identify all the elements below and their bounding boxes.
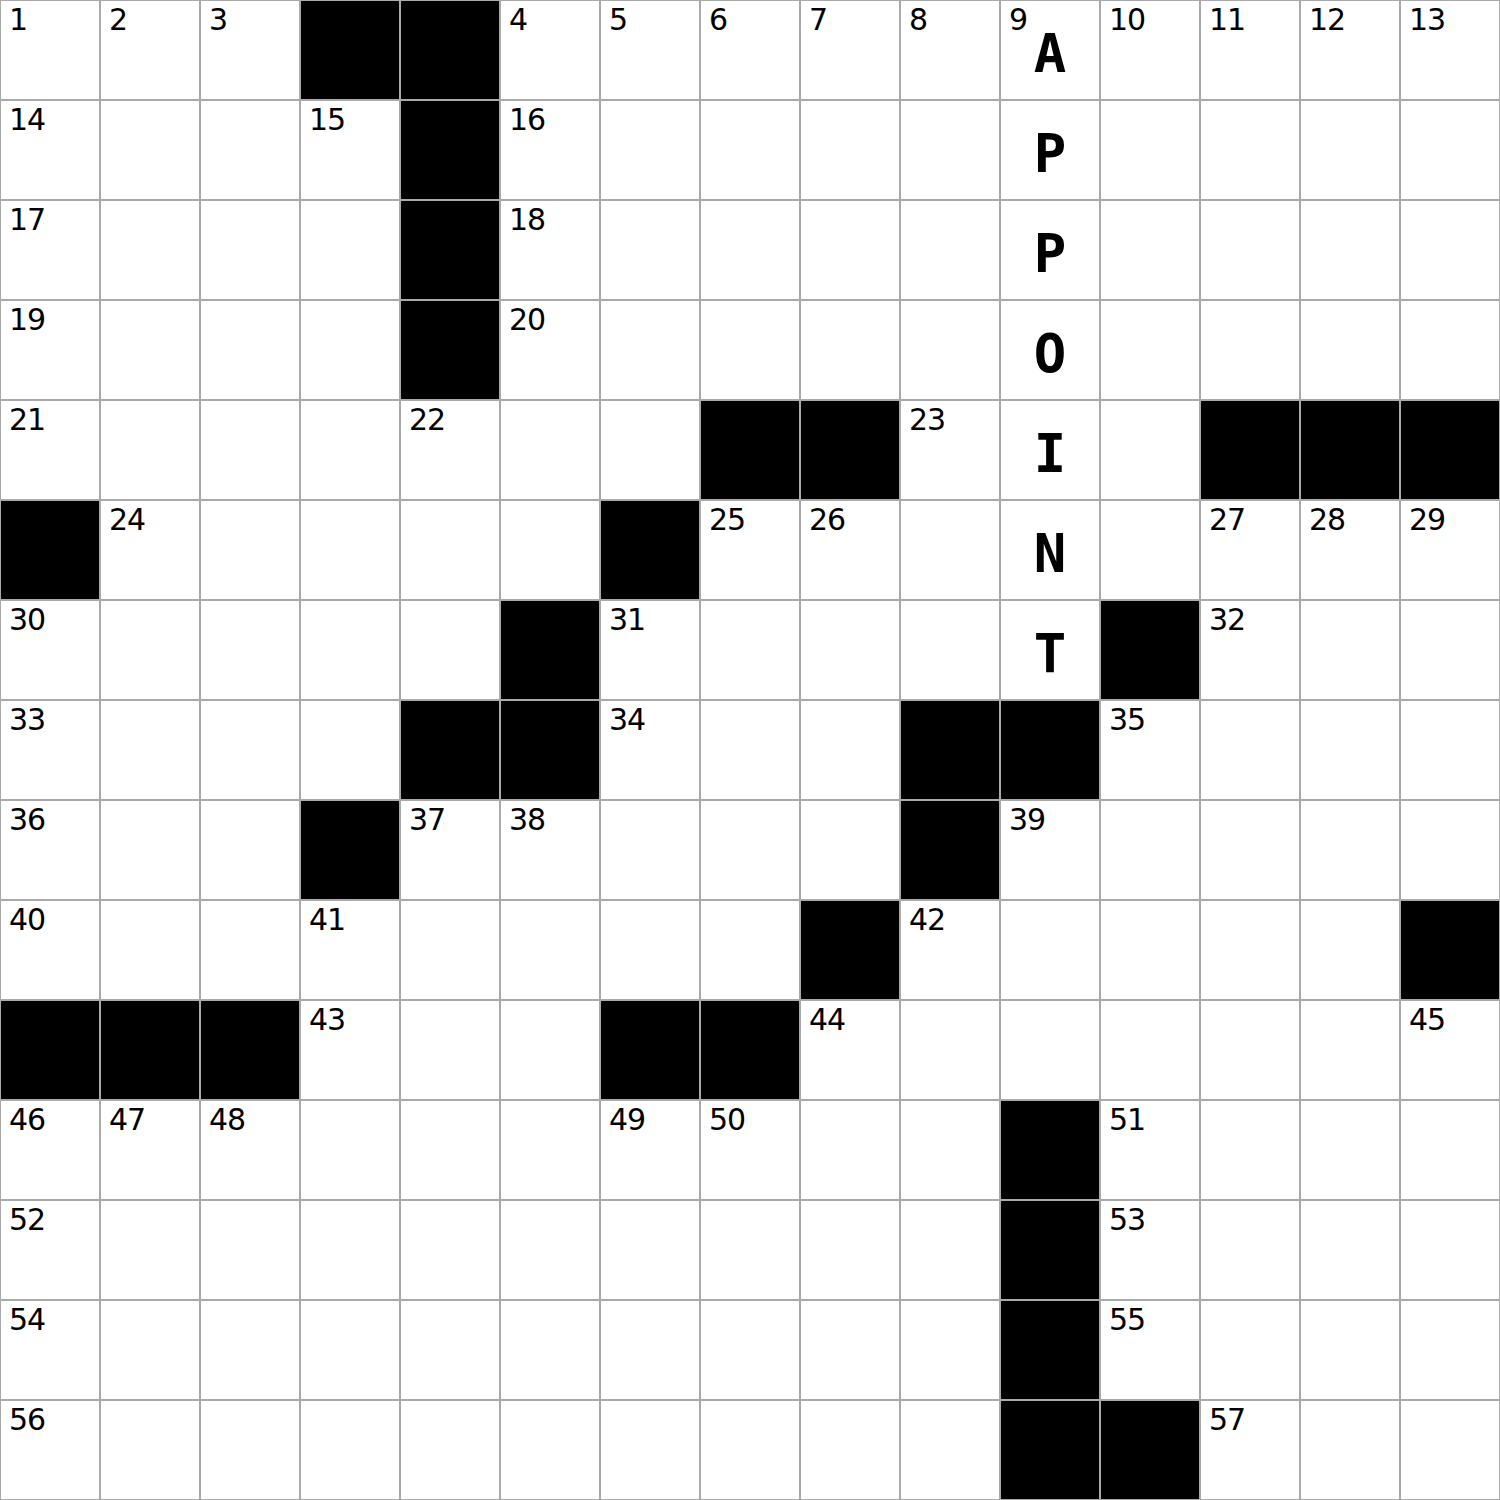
white-cell[interactable]: 27	[1200, 500, 1300, 600]
white-cell[interactable]: 36	[0, 800, 100, 900]
black-cell	[1000, 1400, 1100, 1500]
white-cell[interactable]: 40	[0, 900, 100, 1000]
clue-number: 34	[609, 703, 645, 736]
clue-number: 14	[9, 103, 45, 136]
white-cell[interactable]: 43	[300, 1000, 400, 1100]
black-cell	[400, 100, 500, 200]
clue-number: 37	[409, 803, 445, 836]
black-cell	[300, 0, 400, 100]
white-cell[interactable]	[1300, 1000, 1400, 1100]
white-cell[interactable]	[1400, 1200, 1500, 1300]
clue-number: 2	[109, 3, 127, 36]
white-cell[interactable]: 15	[300, 100, 400, 200]
white-cell[interactable]	[700, 1200, 800, 1300]
clue-number: 5	[609, 3, 627, 36]
cell-letter: O	[1001, 301, 1099, 399]
clue-number: 3	[209, 3, 227, 36]
clue-number: 27	[1209, 503, 1245, 536]
white-cell[interactable]	[200, 400, 300, 500]
white-cell[interactable]	[1400, 1100, 1500, 1200]
white-cell[interactable]	[700, 1400, 800, 1500]
white-cell[interactable]	[1400, 200, 1500, 300]
white-cell[interactable]	[400, 1000, 500, 1100]
white-cell[interactable]	[500, 400, 600, 500]
white-cell[interactable]	[1100, 800, 1200, 900]
white-cell[interactable]	[700, 100, 800, 200]
white-cell[interactable]	[600, 800, 700, 900]
clue-number: 56	[9, 1403, 45, 1436]
white-cell[interactable]	[500, 1200, 600, 1300]
white-cell[interactable]: 51	[1100, 1100, 1200, 1200]
black-cell	[1000, 1300, 1100, 1400]
white-cell[interactable]: 37	[400, 800, 500, 900]
white-cell[interactable]: 9A	[1000, 0, 1100, 100]
clue-number: 48	[209, 1103, 245, 1136]
black-cell	[800, 400, 900, 500]
clue-number: 36	[9, 803, 45, 836]
clue-number: 35	[1109, 703, 1145, 736]
white-cell[interactable]	[1300, 300, 1400, 400]
white-cell[interactable]	[900, 200, 1000, 300]
black-cell	[400, 200, 500, 300]
clue-number: 1	[9, 3, 27, 36]
black-cell	[1000, 700, 1100, 800]
crossword-board: 123456789A10111213141516P1718P1920O21222…	[0, 0, 1500, 1500]
white-cell[interactable]	[400, 1400, 500, 1500]
white-cell[interactable]: 2	[100, 0, 200, 100]
black-cell	[1000, 1200, 1100, 1300]
black-cell	[800, 900, 900, 1000]
cell-letter: N	[1001, 501, 1099, 599]
black-cell	[1000, 1100, 1100, 1200]
black-cell	[900, 800, 1000, 900]
white-cell[interactable]: 46	[0, 1100, 100, 1200]
white-cell[interactable]	[1300, 600, 1400, 700]
white-cell[interactable]	[500, 1300, 600, 1400]
white-cell[interactable]	[1200, 700, 1300, 800]
white-cell[interactable]	[700, 800, 800, 900]
black-cell	[600, 500, 700, 600]
white-cell[interactable]: 16	[500, 100, 600, 200]
white-cell[interactable]: 28	[1300, 500, 1400, 600]
white-cell[interactable]	[200, 100, 300, 200]
white-cell[interactable]	[1400, 600, 1500, 700]
clue-number: 23	[909, 403, 945, 436]
white-cell[interactable]	[800, 300, 900, 400]
white-cell[interactable]: 24	[100, 500, 200, 600]
white-cell[interactable]	[200, 800, 300, 900]
white-cell[interactable]	[600, 200, 700, 300]
white-cell[interactable]	[100, 200, 200, 300]
white-cell[interactable]: 26	[800, 500, 900, 600]
white-cell[interactable]: 25	[700, 500, 800, 600]
white-cell[interactable]: 52	[0, 1200, 100, 1300]
white-cell[interactable]	[100, 700, 200, 800]
black-cell	[500, 600, 600, 700]
black-cell	[100, 1000, 200, 1100]
white-cell[interactable]	[100, 100, 200, 200]
white-cell[interactable]: 41	[300, 900, 400, 1000]
white-cell[interactable]	[400, 900, 500, 1000]
clue-number: 7	[809, 3, 827, 36]
white-cell[interactable]	[800, 1400, 900, 1500]
black-cell	[400, 0, 500, 100]
white-cell[interactable]: 54	[0, 1300, 100, 1400]
black-cell	[0, 500, 100, 600]
white-cell[interactable]: 30	[0, 600, 100, 700]
clue-number: 22	[409, 403, 445, 436]
white-cell[interactable]	[100, 1200, 200, 1300]
white-cell[interactable]	[700, 900, 800, 1000]
white-cell[interactable]: 57	[1200, 1400, 1300, 1500]
white-cell[interactable]	[300, 1100, 400, 1200]
clue-number: 47	[109, 1103, 145, 1136]
clue-number: 29	[1409, 503, 1445, 536]
clue-number: 51	[1109, 1103, 1145, 1136]
white-cell[interactable]	[400, 500, 500, 600]
white-cell[interactable]: 35	[1100, 700, 1200, 800]
clue-number: 31	[609, 603, 645, 636]
white-cell[interactable]: 5	[600, 0, 700, 100]
white-cell[interactable]: T	[1000, 600, 1100, 700]
white-cell[interactable]	[900, 600, 1000, 700]
white-cell[interactable]: 31	[600, 600, 700, 700]
white-cell[interactable]	[1200, 900, 1300, 1000]
white-cell[interactable]: 10	[1100, 0, 1200, 100]
clue-number: 16	[509, 103, 545, 136]
white-cell[interactable]	[1100, 900, 1200, 1000]
white-cell[interactable]	[200, 500, 300, 600]
white-cell[interactable]	[300, 400, 400, 500]
white-cell[interactable]	[1400, 1400, 1500, 1500]
clue-number: 39	[1009, 803, 1045, 836]
white-cell[interactable]: N	[1000, 500, 1100, 600]
clue-number: 38	[509, 803, 545, 836]
white-cell[interactable]	[800, 700, 900, 800]
white-cell[interactable]	[1100, 300, 1200, 400]
clue-number: 20	[509, 303, 545, 336]
white-cell[interactable]: 34	[600, 700, 700, 800]
white-cell[interactable]	[600, 100, 700, 200]
white-cell[interactable]: 33	[0, 700, 100, 800]
white-cell[interactable]	[200, 300, 300, 400]
white-cell[interactable]	[300, 200, 400, 300]
white-cell[interactable]	[300, 300, 400, 400]
clue-number: 13	[1409, 3, 1445, 36]
white-cell[interactable]	[1300, 1400, 1400, 1500]
white-cell[interactable]: 7	[800, 0, 900, 100]
white-cell[interactable]	[800, 1200, 900, 1300]
white-cell[interactable]: 32	[1200, 600, 1300, 700]
white-cell[interactable]	[400, 1300, 500, 1400]
white-cell[interactable]	[600, 1300, 700, 1400]
black-cell	[600, 1000, 700, 1100]
white-cell[interactable]	[1300, 800, 1400, 900]
clue-number: 41	[309, 903, 345, 936]
white-cell[interactable]	[800, 100, 900, 200]
white-cell[interactable]: 53	[1100, 1200, 1200, 1300]
clue-number: 21	[9, 403, 45, 436]
white-cell[interactable]: 6	[700, 0, 800, 100]
clue-number: 18	[509, 203, 545, 236]
cell-letter: P	[1001, 201, 1099, 299]
white-cell[interactable]	[700, 600, 800, 700]
cell-letter: A	[1001, 1, 1099, 99]
clue-number: 50	[709, 1103, 745, 1136]
white-cell[interactable]	[900, 300, 1000, 400]
black-cell	[1200, 400, 1300, 500]
clue-number: 52	[9, 1203, 45, 1236]
white-cell[interactable]	[700, 300, 800, 400]
white-cell[interactable]	[1100, 100, 1200, 200]
white-cell[interactable]: P	[1000, 200, 1100, 300]
white-cell[interactable]	[500, 900, 600, 1000]
white-cell[interactable]	[900, 1300, 1000, 1400]
white-cell[interactable]	[1200, 1200, 1300, 1300]
white-cell[interactable]	[300, 600, 400, 700]
white-cell[interactable]	[1100, 200, 1200, 300]
white-cell[interactable]: 45	[1400, 1000, 1500, 1100]
white-cell[interactable]: 44	[800, 1000, 900, 1100]
white-cell[interactable]	[1200, 300, 1300, 400]
white-cell[interactable]	[300, 500, 400, 600]
clue-number: 49	[609, 1103, 645, 1136]
white-cell[interactable]: 39	[1000, 800, 1100, 900]
black-cell	[0, 1000, 100, 1100]
clue-number: 6	[709, 3, 727, 36]
white-cell[interactable]	[500, 500, 600, 600]
clue-number: 26	[809, 503, 845, 536]
white-cell[interactable]: 18	[500, 200, 600, 300]
white-cell[interactable]	[1200, 800, 1300, 900]
white-cell[interactable]	[700, 200, 800, 300]
white-cell[interactable]	[600, 400, 700, 500]
black-cell	[1400, 400, 1500, 500]
white-cell[interactable]: 42	[900, 900, 1000, 1000]
clue-number: 54	[9, 1303, 45, 1336]
white-cell[interactable]	[1000, 900, 1100, 1000]
white-cell[interactable]: 22	[400, 400, 500, 500]
cell-letter: T	[1001, 601, 1099, 699]
white-cell[interactable]	[200, 700, 300, 800]
clue-number: 46	[9, 1103, 45, 1136]
white-cell[interactable]	[1300, 700, 1400, 800]
white-cell[interactable]	[1200, 1100, 1300, 1200]
white-cell[interactable]	[1400, 700, 1500, 800]
white-cell[interactable]	[100, 1400, 200, 1500]
black-cell	[200, 1000, 300, 1100]
white-cell[interactable]: 38	[500, 800, 600, 900]
white-cell[interactable]	[1400, 100, 1500, 200]
white-cell[interactable]	[200, 200, 300, 300]
white-cell[interactable]	[600, 1200, 700, 1300]
white-cell[interactable]	[900, 1000, 1000, 1100]
white-cell[interactable]: 11	[1200, 0, 1300, 100]
black-cell	[700, 1000, 800, 1100]
black-cell	[300, 800, 400, 900]
black-cell	[1100, 1400, 1200, 1500]
white-cell[interactable]	[300, 1400, 400, 1500]
white-cell[interactable]	[800, 1300, 900, 1400]
white-cell[interactable]	[600, 300, 700, 400]
white-cell[interactable]	[200, 1200, 300, 1300]
clue-number: 44	[809, 1003, 845, 1036]
clue-number: 24	[109, 503, 145, 536]
cell-letter: I	[1001, 401, 1099, 499]
clue-number: 17	[9, 203, 45, 236]
white-cell[interactable]	[200, 1300, 300, 1400]
white-cell[interactable]	[700, 1300, 800, 1400]
black-cell	[500, 700, 600, 800]
white-cell[interactable]	[600, 900, 700, 1000]
black-cell	[400, 700, 500, 800]
white-cell[interactable]	[1300, 200, 1400, 300]
white-cell[interactable]: 12	[1300, 0, 1400, 100]
white-cell[interactable]: 4	[500, 0, 600, 100]
white-cell[interactable]	[1300, 100, 1400, 200]
white-cell[interactable]	[300, 1300, 400, 1400]
white-cell[interactable]	[200, 600, 300, 700]
white-cell[interactable]: 55	[1100, 1300, 1200, 1400]
white-cell[interactable]	[900, 1100, 1000, 1200]
clue-number: 33	[9, 703, 45, 736]
white-cell[interactable]	[100, 1300, 200, 1400]
white-cell[interactable]: 29	[1400, 500, 1500, 600]
white-cell[interactable]	[400, 1100, 500, 1200]
white-cell[interactable]: 50	[700, 1100, 800, 1200]
white-cell[interactable]	[300, 1200, 400, 1300]
black-cell	[400, 300, 500, 400]
white-cell[interactable]: 19	[0, 300, 100, 400]
black-cell	[1100, 600, 1200, 700]
white-cell[interactable]	[200, 1400, 300, 1500]
white-cell[interactable]	[1400, 300, 1500, 400]
clue-number: 11	[1209, 3, 1245, 36]
white-cell[interactable]	[800, 1100, 900, 1200]
clue-number: 15	[309, 103, 345, 136]
white-cell[interactable]: 48	[200, 1100, 300, 1200]
white-cell[interactable]	[400, 1200, 500, 1300]
clue-number: 53	[1109, 1203, 1145, 1236]
white-cell[interactable]: 23	[900, 400, 1000, 500]
white-cell[interactable]	[800, 600, 900, 700]
white-cell[interactable]	[1100, 400, 1200, 500]
white-cell[interactable]	[1100, 1000, 1200, 1100]
white-cell[interactable]	[100, 300, 200, 400]
white-cell[interactable]	[300, 700, 400, 800]
clue-number: 8	[909, 3, 927, 36]
clue-number: 25	[709, 503, 745, 536]
white-cell[interactable]	[1400, 800, 1500, 900]
white-cell[interactable]	[900, 1200, 1000, 1300]
white-cell[interactable]	[900, 500, 1000, 600]
cell-letter: P	[1001, 101, 1099, 199]
white-cell[interactable]	[600, 1400, 700, 1500]
white-cell[interactable]: I	[1000, 400, 1100, 500]
white-cell[interactable]	[1300, 1200, 1400, 1300]
white-cell[interactable]	[100, 400, 200, 500]
clue-number: 32	[1209, 603, 1245, 636]
clue-number: 19	[9, 303, 45, 336]
white-cell[interactable]	[500, 1100, 600, 1200]
white-cell[interactable]	[100, 800, 200, 900]
white-cell[interactable]: 56	[0, 1400, 100, 1500]
white-cell[interactable]: 21	[0, 400, 100, 500]
white-cell[interactable]	[900, 100, 1000, 200]
white-cell[interactable]	[200, 900, 300, 1000]
black-cell	[1300, 400, 1400, 500]
white-cell[interactable]: 3	[200, 0, 300, 100]
clue-number: 40	[9, 903, 45, 936]
black-cell	[900, 700, 1000, 800]
white-cell[interactable]: 49	[600, 1100, 700, 1200]
white-cell[interactable]	[100, 600, 200, 700]
white-cell[interactable]	[900, 1400, 1000, 1500]
clue-number: 55	[1109, 1303, 1145, 1336]
white-cell[interactable]: 20	[500, 300, 600, 400]
white-cell[interactable]	[1200, 200, 1300, 300]
clue-number: 10	[1109, 3, 1145, 36]
black-cell	[700, 400, 800, 500]
white-cell[interactable]	[1400, 1300, 1500, 1400]
clue-number: 30	[9, 603, 45, 636]
white-cell[interactable]: 13	[1400, 0, 1500, 100]
white-cell[interactable]	[1100, 500, 1200, 600]
clue-number: 4	[509, 3, 527, 36]
clue-number: 43	[309, 1003, 345, 1036]
clue-number: 42	[909, 903, 945, 936]
white-cell[interactable]: 17	[0, 200, 100, 300]
white-cell[interactable]	[400, 600, 500, 700]
clue-number: 12	[1309, 3, 1345, 36]
white-cell[interactable]: 14	[0, 100, 100, 200]
white-cell[interactable]	[1300, 1100, 1400, 1200]
clue-number: 45	[1409, 1003, 1445, 1036]
white-cell[interactable]	[500, 1000, 600, 1100]
white-cell[interactable]	[1300, 1300, 1400, 1400]
white-cell[interactable]: 1	[0, 0, 100, 100]
white-cell[interactable]	[500, 1400, 600, 1500]
clue-number: 28	[1309, 503, 1345, 536]
white-cell[interactable]	[800, 800, 900, 900]
white-cell[interactable]	[100, 900, 200, 1000]
clue-number: 57	[1209, 1403, 1245, 1436]
white-cell[interactable]	[1000, 1000, 1100, 1100]
white-cell[interactable]: 8	[900, 0, 1000, 100]
white-cell[interactable]	[700, 700, 800, 800]
black-cell	[1400, 900, 1500, 1000]
white-cell[interactable]	[1200, 1300, 1300, 1400]
white-cell[interactable]	[1200, 1000, 1300, 1100]
white-cell[interactable]: P	[1000, 100, 1100, 200]
white-cell[interactable]	[1300, 900, 1400, 1000]
white-cell[interactable]	[1200, 100, 1300, 200]
white-cell[interactable]: O	[1000, 300, 1100, 400]
white-cell[interactable]: 47	[100, 1100, 200, 1200]
white-cell[interactable]	[800, 200, 900, 300]
